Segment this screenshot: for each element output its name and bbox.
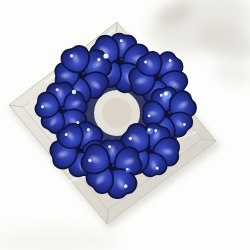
bevel-seam bbox=[117, 22, 118, 35]
flower-center-sheen bbox=[82, 72, 85, 75]
flower-center-sheen bbox=[80, 146, 83, 149]
flower-center-sheen bbox=[62, 107, 65, 110]
flower-center-sheen bbox=[158, 74, 161, 77]
wreath-center-hole bbox=[102, 98, 132, 128]
glaze-glint-core bbox=[126, 168, 128, 170]
scene-illustration bbox=[0, 0, 250, 250]
flower-center-sheen bbox=[168, 111, 171, 114]
glaze-glint-core bbox=[164, 92, 168, 96]
photo-blue-ceramic-flower-wreath: Overhead photo of a wreath of glossy cob… bbox=[0, 0, 250, 250]
flower-center-sheen bbox=[112, 164, 115, 167]
flower-center-sheen bbox=[120, 58, 123, 61]
glaze-glint-core bbox=[72, 90, 74, 92]
glaze-glint-core bbox=[148, 129, 151, 132]
flower-center-sheen bbox=[150, 147, 153, 150]
glaze-glint-core bbox=[104, 54, 106, 56]
